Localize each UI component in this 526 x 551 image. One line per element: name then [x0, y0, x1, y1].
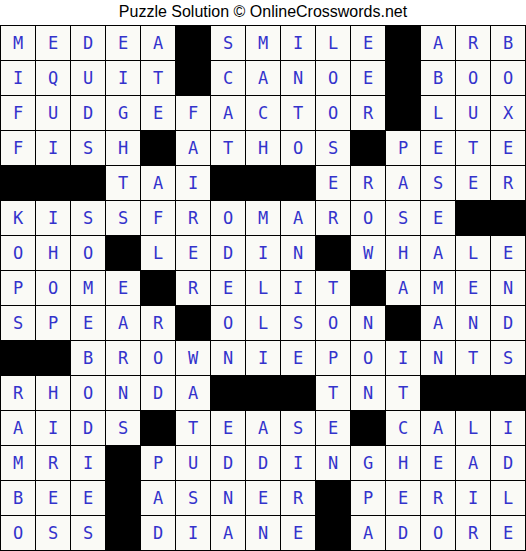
grid-cell: A	[176, 376, 210, 410]
black-cell	[36, 341, 70, 375]
grid-cell: E	[211, 411, 245, 445]
grid-cell: R	[491, 166, 525, 200]
grid-cell: R	[421, 481, 455, 515]
grid-cell: I	[491, 411, 525, 445]
page-title: Puzzle Solution © OnlineCrosswords.net	[0, 0, 526, 25]
grid-cell: O	[491, 61, 525, 95]
grid-cell: E	[106, 26, 140, 60]
grid-cell: S	[71, 516, 105, 550]
black-cell	[386, 26, 420, 60]
grid-cell: R	[281, 481, 315, 515]
black-cell	[141, 131, 175, 165]
grid-cell: A	[421, 236, 455, 270]
grid-cell: I	[246, 341, 280, 375]
grid-cell: H	[386, 236, 420, 270]
grid-cell: S	[36, 516, 70, 550]
grid-cell: T	[316, 271, 350, 305]
grid-cell: T	[211, 131, 245, 165]
grid-cell: R	[456, 516, 490, 550]
puzzle-solution-page: Puzzle Solution © OnlineCrosswords.net M…	[0, 0, 526, 551]
grid-cell: E	[491, 131, 525, 165]
grid-cell: M	[421, 271, 455, 305]
grid-cell: L	[316, 26, 350, 60]
black-cell	[211, 166, 245, 200]
grid-cell: E	[281, 341, 315, 375]
grid-cell: A	[351, 516, 385, 550]
grid-cell: R	[1, 376, 35, 410]
grid-cell: H	[386, 446, 420, 480]
grid-cell: I	[386, 341, 420, 375]
grid-cell: N	[211, 341, 245, 375]
grid-cell: L	[246, 271, 280, 305]
grid-cell: E	[71, 306, 105, 340]
grid-cell: H	[246, 131, 280, 165]
grid-cell: A	[211, 96, 245, 130]
black-cell	[386, 61, 420, 95]
black-cell	[281, 376, 315, 410]
grid-cell: D	[71, 411, 105, 445]
grid-cell: N	[281, 236, 315, 270]
grid-cell: U	[36, 96, 70, 130]
grid-cell: I	[36, 201, 70, 235]
grid-cell: M	[246, 26, 280, 60]
grid-cell: P	[316, 341, 350, 375]
grid-cell: E	[141, 96, 175, 130]
grid-cell: E	[246, 481, 280, 515]
grid-cell: I	[106, 61, 140, 95]
grid-cell: T	[456, 131, 490, 165]
grid-cell: U	[71, 61, 105, 95]
grid-cell: B	[421, 61, 455, 95]
grid-cell: T	[141, 61, 175, 95]
grid-cell: A	[176, 131, 210, 165]
grid-cell: I	[456, 481, 490, 515]
grid-cell: W	[351, 236, 385, 270]
grid-cell: R	[316, 201, 350, 235]
grid-cell: A	[281, 201, 315, 235]
grid-cell: I	[281, 271, 315, 305]
grid-cell: D	[246, 446, 280, 480]
grid-cell: P	[141, 446, 175, 480]
grid-cell: S	[281, 306, 315, 340]
grid-cell: T	[281, 96, 315, 130]
grid-cell: T	[456, 341, 490, 375]
grid-cell: P	[386, 131, 420, 165]
grid-cell: N	[106, 376, 140, 410]
crossword-grid: MEDEASMILEARBIQUITCANOEBOOFUDGEFACTORLUX…	[0, 25, 526, 551]
grid-cell: A	[421, 411, 455, 445]
grid-cell: S	[71, 201, 105, 235]
grid-cell: L	[246, 306, 280, 340]
grid-cell: B	[1, 481, 35, 515]
black-cell	[456, 376, 490, 410]
grid-cell: A	[141, 481, 175, 515]
grid-cell: O	[211, 201, 245, 235]
grid-cell: S	[386, 201, 420, 235]
grid-cell: E	[36, 26, 70, 60]
grid-cell: T	[176, 411, 210, 445]
grid-cell: E	[421, 201, 455, 235]
grid-cell: A	[246, 411, 280, 445]
grid-cell: C	[386, 411, 420, 445]
grid-cell: N	[351, 376, 385, 410]
black-cell	[106, 481, 140, 515]
grid-cell: O	[1, 516, 35, 550]
grid-cell: S	[176, 481, 210, 515]
grid-cell: R	[351, 96, 385, 130]
grid-cell: A	[211, 516, 245, 550]
black-cell	[246, 376, 280, 410]
grid-cell: D	[386, 516, 420, 550]
grid-cell: I	[281, 26, 315, 60]
grid-cell: D	[71, 26, 105, 60]
black-cell	[491, 376, 525, 410]
black-cell	[106, 236, 140, 270]
grid-cell: M	[71, 271, 105, 305]
black-cell	[281, 166, 315, 200]
grid-cell: A	[386, 166, 420, 200]
grid-cell: N	[351, 306, 385, 340]
grid-cell: A	[386, 271, 420, 305]
grid-cell: D	[71, 96, 105, 130]
grid-cell: A	[456, 446, 490, 480]
grid-cell: A	[141, 166, 175, 200]
grid-cell: N	[246, 516, 280, 550]
grid-cell: L	[456, 411, 490, 445]
grid-cell: P	[36, 306, 70, 340]
grid-cell: O	[351, 341, 385, 375]
grid-cell: T	[386, 376, 420, 410]
grid-cell: H	[36, 236, 70, 270]
grid-cell: E	[211, 271, 245, 305]
grid-cell: E	[106, 271, 140, 305]
grid-cell: I	[246, 236, 280, 270]
grid-cell: F	[1, 131, 35, 165]
grid-cell: U	[176, 446, 210, 480]
grid-cell: R	[456, 26, 490, 60]
black-cell	[316, 516, 350, 550]
grid-cell: F	[141, 201, 175, 235]
black-cell	[456, 201, 490, 235]
black-cell	[351, 131, 385, 165]
black-cell	[36, 166, 70, 200]
black-cell	[351, 271, 385, 305]
grid-cell: A	[421, 26, 455, 60]
grid-cell: Q	[36, 61, 70, 95]
grid-cell: H	[36, 376, 70, 410]
grid-cell: I	[281, 446, 315, 480]
grid-cell: D	[211, 446, 245, 480]
grid-cell: X	[491, 96, 525, 130]
black-cell	[141, 411, 175, 445]
grid-cell: D	[491, 306, 525, 340]
grid-cell: R	[351, 166, 385, 200]
grid-cell: O	[316, 61, 350, 95]
grid-cell: I	[1, 61, 35, 95]
grid-cell: G	[351, 446, 385, 480]
grid-cell: I	[36, 411, 70, 445]
grid-cell: E	[351, 26, 385, 60]
grid-cell: O	[316, 96, 350, 130]
grid-cell: M	[1, 446, 35, 480]
grid-cell: W	[176, 341, 210, 375]
black-cell	[176, 61, 210, 95]
grid-cell: U	[456, 96, 490, 130]
grid-cell: R	[176, 201, 210, 235]
grid-cell: O	[71, 376, 105, 410]
grid-cell: E	[421, 131, 455, 165]
grid-cell: O	[351, 201, 385, 235]
grid-cell: R	[141, 306, 175, 340]
grid-cell: R	[106, 341, 140, 375]
grid-cell: I	[36, 131, 70, 165]
grid-cell: I	[176, 516, 210, 550]
black-cell	[106, 516, 140, 550]
grid-cell: N	[281, 61, 315, 95]
black-cell	[71, 166, 105, 200]
grid-cell: A	[246, 61, 280, 95]
grid-cell: S	[281, 411, 315, 445]
grid-cell: I	[71, 446, 105, 480]
grid-cell: E	[421, 446, 455, 480]
black-cell	[176, 306, 210, 340]
grid-cell: C	[211, 61, 245, 95]
grid-cell: N	[421, 341, 455, 375]
grid-cell: P	[1, 271, 35, 305]
grid-cell: N	[491, 271, 525, 305]
grid-cell: R	[176, 271, 210, 305]
grid-cell: H	[106, 131, 140, 165]
grid-cell: A	[141, 26, 175, 60]
grid-cell: R	[36, 446, 70, 480]
grid-cell: O	[456, 61, 490, 95]
grid-cell: G	[106, 96, 140, 130]
grid-cell: E	[176, 236, 210, 270]
grid-cell: A	[1, 411, 35, 445]
grid-cell: S	[106, 201, 140, 235]
grid-cell: E	[491, 516, 525, 550]
grid-cell: N	[316, 446, 350, 480]
grid-cell: E	[316, 411, 350, 445]
grid-cell: T	[106, 166, 140, 200]
grid-cell: F	[1, 96, 35, 130]
grid-cell: O	[36, 271, 70, 305]
grid-cell: I	[176, 166, 210, 200]
grid-cell: S	[421, 166, 455, 200]
black-cell	[1, 341, 35, 375]
grid-cell: E	[386, 481, 420, 515]
grid-cell: N	[456, 306, 490, 340]
black-cell	[141, 271, 175, 305]
grid-cell: A	[421, 306, 455, 340]
grid-cell: O	[421, 516, 455, 550]
grid-cell: S	[106, 411, 140, 445]
grid-cell: O	[1, 236, 35, 270]
grid-cell: D	[491, 446, 525, 480]
grid-cell: B	[71, 341, 105, 375]
grid-cell: E	[316, 166, 350, 200]
grid-cell: L	[141, 236, 175, 270]
grid-cell: O	[316, 306, 350, 340]
grid-cell: E	[491, 236, 525, 270]
grid-cell: L	[456, 236, 490, 270]
grid-cell: S	[316, 131, 350, 165]
grid-cell: T	[316, 376, 350, 410]
grid-cell: E	[456, 166, 490, 200]
grid-cell: O	[281, 131, 315, 165]
grid-cell: S	[1, 306, 35, 340]
grid-cell: E	[281, 516, 315, 550]
grid-cell: O	[71, 236, 105, 270]
grid-cell: A	[106, 306, 140, 340]
grid-cell: E	[456, 271, 490, 305]
grid-cell: O	[211, 306, 245, 340]
grid-cell: N	[211, 481, 245, 515]
black-cell	[351, 411, 385, 445]
black-cell	[386, 306, 420, 340]
black-cell	[246, 166, 280, 200]
grid-cell: E	[71, 481, 105, 515]
black-cell	[491, 201, 525, 235]
grid-cell: S	[71, 131, 105, 165]
grid-cell: L	[421, 96, 455, 130]
grid-cell: K	[1, 201, 35, 235]
grid-cell: D	[211, 236, 245, 270]
black-cell	[1, 166, 35, 200]
black-cell	[211, 376, 245, 410]
grid-cell: L	[491, 481, 525, 515]
grid-cell: E	[36, 481, 70, 515]
grid-cell: B	[491, 26, 525, 60]
black-cell	[316, 236, 350, 270]
black-cell	[106, 446, 140, 480]
grid-cell: O	[141, 341, 175, 375]
grid-cell: E	[351, 61, 385, 95]
black-cell	[386, 96, 420, 130]
grid-cell: M	[246, 201, 280, 235]
black-cell	[316, 481, 350, 515]
grid-cell: M	[1, 26, 35, 60]
black-cell	[421, 376, 455, 410]
grid-cell: S	[211, 26, 245, 60]
grid-cell: D	[141, 376, 175, 410]
grid-cell: D	[141, 516, 175, 550]
grid-cell: F	[176, 96, 210, 130]
grid-cell: C	[246, 96, 280, 130]
grid-cell: P	[351, 481, 385, 515]
grid-cell: S	[491, 341, 525, 375]
black-cell	[176, 26, 210, 60]
